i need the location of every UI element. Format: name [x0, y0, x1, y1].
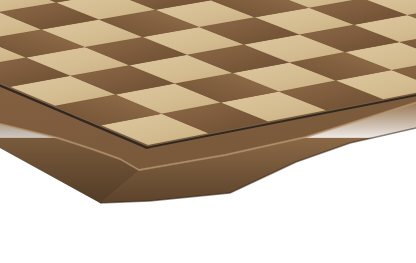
- chessboard-product-photo: [0, 0, 416, 263]
- chess-board: [0, 0, 416, 263]
